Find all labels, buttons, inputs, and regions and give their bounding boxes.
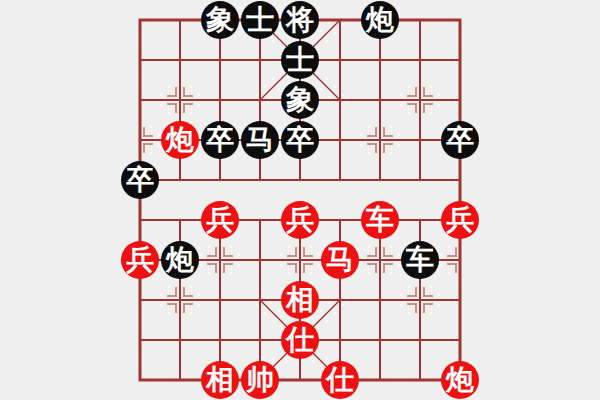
piece-red-chariot[interactable]: 车 xyxy=(361,201,399,239)
piece-red-pawn[interactable]: 兵 xyxy=(201,201,239,239)
xiangqi-app: 象士将炮士象炮卒马卒卒卒兵兵车兵兵炮马车相仕相帅仕炮 xyxy=(0,0,600,400)
piece-red-pawn[interactable]: 兵 xyxy=(441,201,479,239)
piece-black-pawn[interactable]: 卒 xyxy=(441,121,479,159)
piece-red-pawn[interactable]: 兵 xyxy=(121,241,159,279)
xiangqi-board: 象士将炮士象炮卒马卒卒卒兵兵车兵兵炮马车相仕相帅仕炮 xyxy=(120,0,480,400)
piece-black-cannon[interactable]: 炮 xyxy=(161,241,199,279)
piece-red-elephant[interactable]: 相 xyxy=(201,361,239,399)
piece-black-chariot[interactable]: 车 xyxy=(401,241,439,279)
piece-red-king[interactable]: 帅 xyxy=(241,361,279,399)
piece-black-cannon[interactable]: 炮 xyxy=(361,1,399,39)
piece-red-advisor[interactable]: 仕 xyxy=(321,361,359,399)
piece-black-advisor[interactable]: 士 xyxy=(241,1,279,39)
piece-black-horse[interactable]: 马 xyxy=(241,121,279,159)
piece-red-elephant[interactable]: 相 xyxy=(281,281,319,319)
piece-black-pawn[interactable]: 卒 xyxy=(201,121,239,159)
piece-black-pawn[interactable]: 卒 xyxy=(121,161,159,199)
piece-red-advisor[interactable]: 仕 xyxy=(281,321,319,359)
piece-black-elephant[interactable]: 象 xyxy=(281,81,319,119)
piece-black-pawn[interactable]: 卒 xyxy=(281,121,319,159)
piece-red-cannon[interactable]: 炮 xyxy=(441,361,479,399)
piece-red-cannon[interactable]: 炮 xyxy=(161,121,199,159)
piece-black-king[interactable]: 将 xyxy=(281,1,319,39)
piece-red-horse[interactable]: 马 xyxy=(321,241,359,279)
piece-black-elephant[interactable]: 象 xyxy=(201,1,239,39)
piece-red-pawn[interactable]: 兵 xyxy=(281,201,319,239)
piece-black-advisor[interactable]: 士 xyxy=(281,41,319,79)
